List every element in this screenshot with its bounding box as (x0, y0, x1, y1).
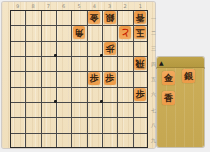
rank-label-7: 七 (150, 107, 157, 113)
file-label-4: 4 (89, 3, 99, 9)
piece-gote-tokin-2二[interactable]: と (119, 26, 131, 39)
piece-sente-pawn-1六[interactable]: 歩 (134, 88, 146, 101)
hand-piece-sente-silver[interactable]: 銀 (182, 69, 195, 83)
file-label-9: 9 (13, 3, 23, 9)
file-label-7: 7 (43, 3, 53, 9)
sente-turn-marker-icon: ▲ (159, 59, 164, 66)
rank-label-9: 九 (150, 137, 157, 143)
rank-label-6: 六 (150, 91, 157, 97)
piece-gote-silver-3一[interactable]: 銀 (104, 11, 116, 24)
hand-piece-sente-lance[interactable]: 香 (162, 91, 175, 105)
file-label-5: 5 (74, 3, 84, 9)
piece-gote-gold-4一[interactable]: 金 (88, 11, 100, 24)
piece-sente-pawn-3五[interactable]: 歩 (104, 72, 116, 85)
piece-gote-bishop-5二[interactable]: 角 (73, 26, 85, 39)
rank-label-1: 一 (150, 15, 157, 21)
rank-label-5: 五 (150, 76, 157, 82)
piece-gote-king-1二[interactable]: 玉 (134, 26, 146, 39)
file-label-8: 8 (28, 3, 38, 9)
rank-label-3: 三 (150, 45, 157, 51)
rank-label-8: 八 (150, 122, 157, 128)
piece-gote-lance-1一[interactable]: 香 (134, 11, 146, 24)
file-label-2: 2 (120, 3, 130, 9)
rank-label-2: 二 (150, 30, 157, 36)
shogi-board: 987654321一二三四五六七八九 (2, 2, 155, 148)
sente-hand-header: ▲ (157, 57, 204, 68)
file-label-6: 6 (59, 3, 69, 9)
file-label-1: 1 (135, 3, 145, 9)
piece-gote-pawn-3三[interactable]: 歩 (104, 42, 116, 55)
rank-label-4: 四 (150, 61, 157, 67)
file-label-3: 3 (105, 3, 115, 9)
shogi-diagram: 987654321一二三四五六七八九 ▲ 金銀香角と玉歩飛歩歩歩金銀香 (0, 0, 210, 152)
piece-gote-rook-1四[interactable]: 飛 (134, 57, 146, 70)
piece-sente-pawn-4五[interactable]: 歩 (88, 72, 100, 85)
hand-piece-sente-gold[interactable]: 金 (162, 71, 175, 85)
